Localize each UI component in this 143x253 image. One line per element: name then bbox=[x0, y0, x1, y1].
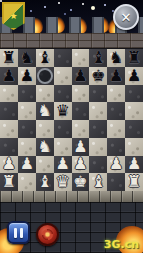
square-h4[interactable] bbox=[125, 120, 143, 138]
square-h8[interactable]: ♜ bbox=[125, 49, 143, 67]
square-g6[interactable] bbox=[107, 85, 125, 103]
piece-white-pawn[interactable]: ♟ bbox=[127, 156, 141, 172]
piece-black-pawn[interactable]: ♟ bbox=[73, 68, 87, 84]
square-h7[interactable]: ♟ bbox=[125, 67, 143, 85]
piece-white-pawn[interactable]: ♟ bbox=[73, 139, 87, 155]
square-b8[interactable]: ♞ bbox=[18, 49, 36, 67]
square-b6[interactable] bbox=[18, 85, 36, 103]
piece-white-pawn[interactable]: ♟ bbox=[109, 156, 123, 172]
square-a3[interactable] bbox=[0, 138, 18, 156]
square-f8[interactable]: ♝ bbox=[89, 49, 107, 67]
pause-button[interactable] bbox=[7, 221, 30, 244]
piece-black-pawn[interactable]: ♟ bbox=[127, 68, 141, 84]
shield-star-icon: ★ bbox=[9, 12, 17, 21]
square-b3[interactable] bbox=[18, 138, 36, 156]
square-c1[interactable]: ♝ bbox=[36, 173, 54, 191]
watermark: 3G.cn bbox=[104, 238, 139, 251]
close-button[interactable]: ✕ bbox=[113, 4, 139, 30]
square-c5[interactable]: ♞ bbox=[36, 102, 54, 120]
piece-white-pawn[interactable]: ♟ bbox=[2, 156, 16, 172]
piece-black-pawn[interactable]: ♟ bbox=[109, 68, 123, 84]
square-d7[interactable] bbox=[54, 67, 72, 85]
square-g1[interactable] bbox=[107, 173, 125, 191]
square-g3[interactable] bbox=[107, 138, 125, 156]
square-c6[interactable] bbox=[36, 85, 54, 103]
piece-black-rook[interactable]: ♜ bbox=[127, 50, 141, 66]
square-d2[interactable]: ♟ bbox=[54, 156, 72, 174]
square-g7[interactable]: ♟ bbox=[107, 67, 125, 85]
piece-white-bishop[interactable]: ♝ bbox=[38, 174, 52, 190]
square-d6[interactable] bbox=[54, 85, 72, 103]
square-d4[interactable] bbox=[54, 120, 72, 138]
piece-black-pawn[interactable]: ♟ bbox=[2, 68, 16, 84]
square-f6[interactable] bbox=[89, 85, 107, 103]
castle-parapet bbox=[0, 191, 143, 202]
piece-white-rook[interactable]: ♜ bbox=[127, 174, 141, 190]
square-e6[interactable] bbox=[72, 85, 90, 103]
piece-black-king[interactable]: ♚ bbox=[91, 68, 105, 84]
square-a1[interactable]: ♜ bbox=[0, 173, 18, 191]
stars-icon bbox=[0, 0, 2, 2]
square-h5[interactable] bbox=[125, 102, 143, 120]
square-e1[interactable]: ♚ bbox=[72, 173, 90, 191]
piece-white-pawn[interactable]: ♟ bbox=[73, 156, 87, 172]
square-b7[interactable]: ♟ bbox=[18, 67, 36, 85]
square-e7[interactable]: ♟ bbox=[72, 67, 90, 85]
square-e8[interactable] bbox=[72, 49, 90, 67]
piece-white-pawn[interactable]: ♟ bbox=[55, 156, 69, 172]
square-h3[interactable] bbox=[125, 138, 143, 156]
dragon-emblem-icon bbox=[42, 229, 53, 240]
piece-black-pawn[interactable]: ♟ bbox=[20, 68, 34, 84]
square-c8[interactable]: ♝ bbox=[36, 49, 54, 67]
square-c7[interactable] bbox=[36, 67, 54, 85]
square-a6[interactable] bbox=[0, 85, 18, 103]
square-a5[interactable] bbox=[0, 102, 18, 120]
piece-black-bishop[interactable]: ♝ bbox=[91, 50, 105, 66]
piece-black-knight[interactable]: ♞ bbox=[20, 50, 34, 66]
piece-white-rook[interactable]: ♜ bbox=[2, 174, 16, 190]
piece-white-king[interactable]: ♚ bbox=[73, 174, 87, 190]
piece-white-queen[interactable]: ♛ bbox=[55, 174, 69, 190]
square-e5[interactable] bbox=[72, 102, 90, 120]
close-icon: ✕ bbox=[121, 11, 132, 24]
square-g8[interactable]: ♞ bbox=[107, 49, 125, 67]
square-f7[interactable]: ♚ bbox=[89, 67, 107, 85]
square-d5[interactable]: ♛ bbox=[54, 102, 72, 120]
square-e3[interactable]: ♟ bbox=[72, 138, 90, 156]
square-a4[interactable] bbox=[0, 120, 18, 138]
red-menu-button[interactable] bbox=[36, 223, 59, 246]
piece-white-knight[interactable]: ♞ bbox=[38, 139, 52, 155]
square-c2[interactable] bbox=[36, 156, 54, 174]
pause-icon bbox=[20, 228, 23, 238]
piece-black-rook[interactable]: ♜ bbox=[2, 50, 16, 66]
chess-app-screen: ★ ✕ ♜♞♝♝♞♜♟♟♟♚♟♟♞♛♞♟♟♟♟♟♟♟♜♝♛♚♝♜ 3G.cn bbox=[0, 0, 143, 253]
pause-icon bbox=[14, 228, 17, 238]
square-h1[interactable]: ♜ bbox=[125, 173, 143, 191]
square-f3[interactable] bbox=[89, 138, 107, 156]
square-c3[interactable]: ♞ bbox=[36, 138, 54, 156]
square-f5[interactable] bbox=[89, 102, 107, 120]
square-d1[interactable]: ♛ bbox=[54, 173, 72, 191]
square-d8[interactable] bbox=[54, 49, 72, 67]
square-g4[interactable] bbox=[107, 120, 125, 138]
square-c4[interactable] bbox=[36, 120, 54, 138]
piece-black-queen[interactable]: ♛ bbox=[55, 103, 69, 119]
square-g2[interactable]: ♟ bbox=[107, 156, 125, 174]
piece-white-knight[interactable]: ♞ bbox=[38, 103, 52, 119]
square-h2[interactable]: ♟ bbox=[125, 156, 143, 174]
square-f1[interactable]: ♝ bbox=[89, 173, 107, 191]
piece-white-pawn[interactable]: ♟ bbox=[20, 156, 34, 172]
square-g5[interactable] bbox=[107, 102, 125, 120]
square-b5[interactable] bbox=[18, 102, 36, 120]
square-e4[interactable] bbox=[72, 120, 90, 138]
move-marker bbox=[37, 68, 53, 84]
castle-wall-top bbox=[0, 33, 143, 48]
square-a8[interactable]: ♜ bbox=[0, 49, 18, 67]
square-b4[interactable] bbox=[18, 120, 36, 138]
piece-white-bishop[interactable]: ♝ bbox=[91, 174, 105, 190]
chess-board: ♜♞♝♝♞♜♟♟♟♚♟♟♞♛♞♟♟♟♟♟♟♟♜♝♛♚♝♜ bbox=[0, 48, 143, 191]
square-d3[interactable] bbox=[54, 138, 72, 156]
square-f2[interactable] bbox=[89, 156, 107, 174]
square-b1[interactable] bbox=[18, 173, 36, 191]
square-a2[interactable]: ♟ bbox=[0, 156, 18, 174]
square-f4[interactable] bbox=[89, 120, 107, 138]
square-a7[interactable]: ♟ bbox=[0, 67, 18, 85]
square-e2[interactable]: ♟ bbox=[72, 156, 90, 174]
square-b2[interactable]: ♟ bbox=[18, 156, 36, 174]
square-h6[interactable] bbox=[125, 85, 143, 103]
piece-black-bishop[interactable]: ♝ bbox=[38, 50, 52, 66]
piece-black-knight[interactable]: ♞ bbox=[109, 50, 123, 66]
